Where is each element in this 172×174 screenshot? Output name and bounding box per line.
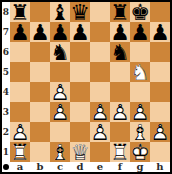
black-piece-glyph: ♟ xyxy=(150,22,170,42)
square-e6[interactable] xyxy=(90,42,110,62)
white-piece-outline: ♙ xyxy=(90,102,110,122)
piece-white-rook-f1[interactable]: ♜♖ xyxy=(110,142,130,162)
white-piece-fill: ♟ xyxy=(90,122,110,142)
file-label-c: c xyxy=(50,162,70,172)
square-f5[interactable] xyxy=(110,62,130,82)
white-piece-outline: ♙ xyxy=(110,102,130,122)
white-piece-fill: ♚ xyxy=(130,142,150,162)
square-g7[interactable]: ♟ xyxy=(130,22,150,42)
square-d6[interactable] xyxy=(70,42,90,62)
piece-white-pawn-f3[interactable]: ♟♙ xyxy=(110,102,130,122)
square-e3[interactable]: ♟♙ xyxy=(90,102,110,122)
white-piece-outline: ♖ xyxy=(10,142,30,162)
chess-board: ♜♝♛♜♚♟♟♟♟♟♟♟♞♞♞♘♟♙♟♙♟♙♟♙♟♙♟♙♟♙♝♗♟♙♜♖♝♗♛♕… xyxy=(10,2,170,162)
square-c7[interactable]: ♟ xyxy=(50,22,70,42)
piece-black-bishop-c8[interactable]: ♝ xyxy=(50,2,70,22)
square-h4[interactable] xyxy=(150,82,170,102)
piece-white-pawn-a2[interactable]: ♟♙ xyxy=(10,122,30,142)
white-piece-outline: ♔ xyxy=(130,142,150,162)
square-e7[interactable] xyxy=(90,22,110,42)
file-label-a: a xyxy=(10,162,30,172)
piece-black-pawn-h7[interactable]: ♟ xyxy=(150,22,170,42)
square-a6[interactable] xyxy=(10,42,30,62)
rank-label-4: 4 xyxy=(2,82,10,102)
square-g8[interactable]: ♚ xyxy=(130,2,150,22)
white-piece-outline: ♙ xyxy=(150,122,170,142)
white-piece-fill: ♟ xyxy=(130,102,150,122)
white-piece-outline: ♙ xyxy=(90,122,110,142)
square-a5[interactable] xyxy=(10,62,30,82)
square-g5[interactable]: ♞♘ xyxy=(130,62,150,82)
piece-black-pawn-b7[interactable]: ♟ xyxy=(30,22,50,42)
file-labels: abcdefgh xyxy=(10,162,170,172)
rank-labels: 87654321 xyxy=(2,2,10,162)
square-a3[interactable] xyxy=(10,102,30,122)
white-piece-fill: ♟ xyxy=(50,102,70,122)
square-h2[interactable]: ♟♙ xyxy=(150,122,170,142)
white-piece-outline: ♗ xyxy=(50,142,70,162)
square-f4[interactable] xyxy=(110,82,130,102)
piece-black-pawn-d7[interactable]: ♟ xyxy=(70,22,90,42)
piece-white-bishop-g2[interactable]: ♝♗ xyxy=(130,122,150,142)
file-label-e: e xyxy=(90,162,110,172)
white-piece-fill: ♟ xyxy=(150,122,170,142)
white-piece-outline: ♙ xyxy=(50,102,70,122)
black-piece-glyph: ♞ xyxy=(50,42,70,62)
piece-black-rook-f8[interactable]: ♜ xyxy=(110,2,130,22)
square-g2[interactable]: ♝♗ xyxy=(130,122,150,142)
file-label-h: h xyxy=(150,162,170,172)
white-piece-fill: ♞ xyxy=(130,62,150,82)
piece-black-pawn-f7[interactable]: ♟ xyxy=(110,22,130,42)
square-f2[interactable] xyxy=(110,122,130,142)
square-f1[interactable]: ♜♖ xyxy=(110,142,130,162)
square-c5[interactable] xyxy=(50,62,70,82)
square-f3[interactable]: ♟♙ xyxy=(110,102,130,122)
white-piece-outline: ♕ xyxy=(70,142,90,162)
black-piece-glyph: ♝ xyxy=(50,2,70,22)
square-a8[interactable]: ♜ xyxy=(10,2,30,22)
square-b5[interactable] xyxy=(30,62,50,82)
white-piece-fill: ♟ xyxy=(110,102,130,122)
piece-black-pawn-g7[interactable]: ♟ xyxy=(130,22,150,42)
square-c4[interactable]: ♟♙ xyxy=(50,82,70,102)
white-piece-fill: ♟ xyxy=(90,102,110,122)
piece-white-king-g1[interactable]: ♚♔ xyxy=(130,142,150,162)
black-piece-glyph: ♚ xyxy=(130,2,150,22)
piece-white-pawn-g3[interactable]: ♟♙ xyxy=(130,102,150,122)
piece-black-queen-d8[interactable]: ♛ xyxy=(70,2,90,22)
rank-label-5: 5 xyxy=(2,62,10,82)
piece-black-rook-a8[interactable]: ♜ xyxy=(10,2,30,22)
bottom-strip: abcdefgh xyxy=(2,162,170,172)
piece-white-knight-g5[interactable]: ♞♘ xyxy=(130,62,150,82)
white-piece-outline: ♖ xyxy=(110,142,130,162)
black-piece-glyph: ♟ xyxy=(70,22,90,42)
side-to-move-indicator xyxy=(3,164,9,170)
square-d2[interactable] xyxy=(70,122,90,142)
square-h8[interactable] xyxy=(150,2,170,22)
black-piece-glyph: ♟ xyxy=(50,22,70,42)
square-c2[interactable] xyxy=(50,122,70,142)
white-piece-fill: ♟ xyxy=(10,122,30,142)
square-f7[interactable]: ♟ xyxy=(110,22,130,42)
file-label-d: d xyxy=(70,162,90,172)
square-b8[interactable] xyxy=(30,2,50,22)
white-piece-fill: ♜ xyxy=(110,142,130,162)
square-e8[interactable] xyxy=(90,2,110,22)
square-d8[interactable]: ♛ xyxy=(70,2,90,22)
piece-black-pawn-c7[interactable]: ♟ xyxy=(50,22,70,42)
white-piece-fill: ♝ xyxy=(130,122,150,142)
square-a1[interactable]: ♜♖ xyxy=(10,142,30,162)
white-piece-outline: ♗ xyxy=(130,122,150,142)
white-piece-fill: ♛ xyxy=(70,142,90,162)
black-piece-glyph: ♜ xyxy=(10,2,30,22)
piece-white-pawn-h2[interactable]: ♟♙ xyxy=(150,122,170,142)
rank-label-8: 8 xyxy=(2,2,10,22)
black-piece-glyph: ♟ xyxy=(10,22,30,42)
file-label-b: b xyxy=(30,162,50,172)
square-h5[interactable] xyxy=(150,62,170,82)
square-e2[interactable]: ♟♙ xyxy=(90,122,110,142)
square-b3[interactable] xyxy=(30,102,50,122)
black-piece-glyph: ♟ xyxy=(30,22,50,42)
square-e4[interactable] xyxy=(90,82,110,102)
square-a7[interactable]: ♟ xyxy=(10,22,30,42)
square-d7[interactable]: ♟ xyxy=(70,22,90,42)
square-g4[interactable] xyxy=(130,82,150,102)
piece-white-pawn-c4[interactable]: ♟♙ xyxy=(50,82,70,102)
black-piece-glyph: ♛ xyxy=(70,2,90,22)
rank-label-6: 6 xyxy=(2,42,10,62)
chess-diagram: 87654321 ♜♝♛♜♚♟♟♟♟♟♟♟♞♞♞♘♟♙♟♙♟♙♟♙♟♙♟♙♟♙♝… xyxy=(0,0,172,174)
square-c8[interactable]: ♝ xyxy=(50,2,70,22)
square-e1[interactable] xyxy=(90,142,110,162)
white-piece-fill: ♟ xyxy=(50,82,70,102)
black-piece-glyph: ♜ xyxy=(110,2,130,22)
file-label-g: g xyxy=(130,162,150,172)
square-c1[interactable]: ♝♗ xyxy=(50,142,70,162)
white-piece-outline: ♙ xyxy=(130,102,150,122)
square-d4[interactable] xyxy=(70,82,90,102)
square-h6[interactable] xyxy=(150,42,170,62)
rank-label-7: 7 xyxy=(2,22,10,42)
square-a4[interactable] xyxy=(10,82,30,102)
rank-label-3: 3 xyxy=(2,102,10,122)
white-piece-outline: ♙ xyxy=(10,122,30,142)
piece-white-pawn-e2[interactable]: ♟♙ xyxy=(90,122,110,142)
file-label-f: f xyxy=(110,162,130,172)
piece-white-bishop-c1[interactable]: ♝♗ xyxy=(50,142,70,162)
square-b2[interactable] xyxy=(30,122,50,142)
square-d3[interactable] xyxy=(70,102,90,122)
square-g6[interactable] xyxy=(130,42,150,62)
white-piece-fill: ♜ xyxy=(10,142,30,162)
rank-label-2: 2 xyxy=(2,122,10,142)
piece-black-knight-f6[interactable]: ♞ xyxy=(110,42,130,62)
square-h3[interactable] xyxy=(150,102,170,122)
white-piece-fill: ♝ xyxy=(50,142,70,162)
piece-black-king-g8[interactable]: ♚ xyxy=(130,2,150,22)
white-piece-outline: ♘ xyxy=(130,62,150,82)
square-d5[interactable] xyxy=(70,62,90,82)
square-b7[interactable]: ♟ xyxy=(30,22,50,42)
square-h7[interactable]: ♟ xyxy=(150,22,170,42)
square-c3[interactable]: ♟♙ xyxy=(50,102,70,122)
piece-white-rook-a1[interactable]: ♜♖ xyxy=(10,142,30,162)
white-piece-outline: ♙ xyxy=(50,82,70,102)
piece-white-pawn-e3[interactable]: ♟♙ xyxy=(90,102,110,122)
piece-black-pawn-a7[interactable]: ♟ xyxy=(10,22,30,42)
square-b4[interactable] xyxy=(30,82,50,102)
square-f8[interactable]: ♜ xyxy=(110,2,130,22)
piece-white-queen-d1[interactable]: ♛♕ xyxy=(70,142,90,162)
black-piece-glyph: ♟ xyxy=(110,22,130,42)
square-g3[interactable]: ♟♙ xyxy=(130,102,150,122)
black-piece-glyph: ♞ xyxy=(110,42,130,62)
black-piece-glyph: ♟ xyxy=(130,22,150,42)
square-g1[interactable]: ♚♔ xyxy=(130,142,150,162)
square-b1[interactable] xyxy=(30,142,50,162)
square-c6[interactable]: ♞ xyxy=(50,42,70,62)
square-f6[interactable]: ♞ xyxy=(110,42,130,62)
square-d1[interactable]: ♛♕ xyxy=(70,142,90,162)
square-e5[interactable] xyxy=(90,62,110,82)
square-a2[interactable]: ♟♙ xyxy=(10,122,30,142)
piece-black-knight-c6[interactable]: ♞ xyxy=(50,42,70,62)
rank-label-1: 1 xyxy=(2,142,10,162)
square-b6[interactable] xyxy=(30,42,50,62)
square-h1[interactable] xyxy=(150,142,170,162)
piece-white-pawn-c3[interactable]: ♟♙ xyxy=(50,102,70,122)
